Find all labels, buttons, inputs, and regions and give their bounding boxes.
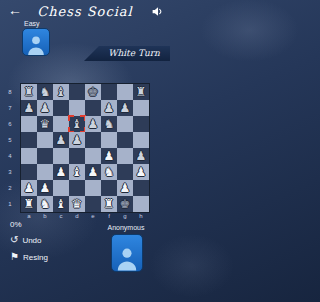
piece-black-rook: ♜ (136, 86, 147, 98)
file-label-a: a (21, 212, 37, 220)
square-g3[interactable] (117, 164, 133, 180)
square-c1[interactable]: ♝ (53, 196, 69, 212)
rank-label-6: 6 (4, 116, 16, 132)
undo-label: Undo (22, 236, 41, 245)
person-icon (114, 244, 140, 271)
square-b4[interactable] (37, 148, 53, 164)
square-d7[interactable] (69, 100, 85, 116)
square-h3[interactable]: ♟ (133, 164, 149, 180)
square-g5[interactable] (117, 132, 133, 148)
square-d3[interactable]: ♝ (69, 164, 85, 180)
square-d6[interactable]: ♝ (69, 116, 85, 132)
square-g6[interactable] (117, 116, 133, 132)
square-b6[interactable]: ♛ (37, 116, 53, 132)
square-g2[interactable]: ♟ (117, 180, 133, 196)
piece-black-knight: ♞ (104, 118, 115, 130)
piece-black-rook: ♜ (24, 86, 35, 98)
undo-arrow-icon: ↺ (10, 235, 18, 245)
square-a1[interactable]: ♜ (21, 196, 37, 212)
resign-label: Resing (23, 253, 48, 262)
undo-button[interactable]: ↺ Undo (10, 235, 42, 245)
piece-white-pawn: ♟ (56, 166, 67, 178)
opponent-avatar[interactable] (22, 28, 50, 56)
piece-black-pawn: ♟ (40, 102, 51, 114)
square-c4[interactable] (53, 148, 69, 164)
square-e5[interactable] (85, 132, 101, 148)
square-f1[interactable]: ♜ (101, 196, 117, 212)
piece-white-pawn: ♟ (40, 182, 51, 194)
file-label-e: e (85, 212, 101, 220)
piece-black-queen: ♛ (40, 118, 51, 130)
piece-white-pawn: ♟ (104, 150, 115, 162)
square-f6[interactable]: ♞ (101, 116, 117, 132)
square-c2[interactable] (53, 180, 69, 196)
turn-banner: White Turn (84, 46, 170, 61)
square-h6[interactable] (133, 116, 149, 132)
square-h5[interactable] (133, 132, 149, 148)
piece-white-rook: ♜ (24, 198, 35, 210)
rank-label-3: 3 (4, 164, 16, 180)
square-d5[interactable]: ♟ (69, 132, 85, 148)
square-e7[interactable] (85, 100, 101, 116)
chess-board[interactable]: ♜♞♝♚♜♟♟♟♟♛♝♟♞♟♟♟♟♟♝♟♞♟♟♟♟♜♞♝♛♜♚ (20, 83, 150, 213)
rank-labels: 87654321 (4, 84, 16, 212)
person-icon (25, 33, 47, 55)
file-label-g: g (117, 212, 133, 220)
square-h1[interactable] (133, 196, 149, 212)
player-name: Anonymous (102, 224, 150, 231)
piece-white-pawn: ♟ (88, 166, 99, 178)
piece-black-bishop: ♝ (72, 118, 83, 130)
piece-white-pawn: ♟ (120, 182, 131, 194)
square-c3[interactable]: ♟ (53, 164, 69, 180)
square-h2[interactable] (133, 180, 149, 196)
square-c7[interactable] (53, 100, 69, 116)
square-b5[interactable] (37, 132, 53, 148)
square-h4[interactable]: ♟ (133, 148, 149, 164)
square-e6[interactable]: ♟ (85, 116, 101, 132)
piece-white-knight: ♞ (40, 198, 51, 210)
rank-label-1: 1 (4, 196, 16, 212)
piece-white-bishop: ♝ (72, 166, 83, 178)
square-h7[interactable] (133, 100, 149, 116)
opponent-name: Easy (24, 20, 40, 27)
square-a2[interactable]: ♟ (21, 180, 37, 196)
square-b7[interactable]: ♟ (37, 100, 53, 116)
square-b3[interactable] (37, 164, 53, 180)
win-percent: 0% (10, 220, 22, 229)
square-f5[interactable] (101, 132, 117, 148)
piece-white-rook: ♜ (104, 198, 115, 210)
rank-label-2: 2 (4, 180, 16, 196)
square-a4[interactable] (21, 148, 37, 164)
piece-white-bishop: ♝ (56, 198, 67, 210)
piece-black-pawn: ♟ (72, 134, 83, 146)
resign-button[interactable]: ⚑ Resing (10, 252, 48, 262)
square-f2[interactable] (101, 180, 117, 196)
app-title: Chess Social (0, 4, 170, 19)
square-a7[interactable]: ♟ (21, 100, 37, 116)
square-b8[interactable]: ♞ (37, 84, 53, 100)
piece-white-king: ♚ (120, 198, 131, 210)
rank-label-8: 8 (4, 84, 16, 100)
piece-white-pawn: ♟ (136, 166, 147, 178)
square-g1[interactable]: ♚ (117, 196, 133, 212)
piece-black-pawn: ♟ (56, 134, 67, 146)
square-h8[interactable]: ♜ (133, 84, 149, 100)
player-avatar[interactable] (111, 234, 143, 272)
piece-white-queen: ♛ (72, 198, 83, 210)
flag-icon: ⚑ (10, 252, 19, 262)
square-f3[interactable]: ♞ (101, 164, 117, 180)
piece-black-pawn: ♟ (88, 118, 99, 130)
square-e4[interactable] (85, 148, 101, 164)
piece-black-bishop: ♝ (56, 86, 67, 98)
square-b1[interactable]: ♞ (37, 196, 53, 212)
square-c8[interactable]: ♝ (53, 84, 69, 100)
square-a3[interactable] (21, 164, 37, 180)
file-label-c: c (53, 212, 69, 220)
square-a6[interactable] (21, 116, 37, 132)
speaker-glyph (151, 5, 164, 18)
rank-label-7: 7 (4, 100, 16, 116)
speaker-icon[interactable] (151, 4, 164, 17)
square-f4[interactable]: ♟ (101, 148, 117, 164)
square-a8[interactable]: ♜ (21, 84, 37, 100)
square-g7[interactable]: ♟ (117, 100, 133, 116)
piece-black-pawn: ♟ (120, 102, 131, 114)
piece-white-pawn: ♟ (24, 182, 35, 194)
file-label-f: f (101, 212, 117, 220)
square-c6[interactable] (53, 116, 69, 132)
square-e2[interactable] (85, 180, 101, 196)
square-d2[interactable] (69, 180, 85, 196)
square-e1[interactable] (85, 196, 101, 212)
piece-black-pawn: ♟ (136, 150, 147, 162)
piece-white-knight: ♞ (104, 166, 115, 178)
square-e3[interactable]: ♟ (85, 164, 101, 180)
square-c5[interactable]: ♟ (53, 132, 69, 148)
square-d4[interactable] (69, 148, 85, 164)
last-move-highlight (68, 115, 86, 133)
square-g4[interactable] (117, 148, 133, 164)
square-d8[interactable] (69, 84, 85, 100)
piece-black-king: ♚ (88, 86, 99, 98)
square-b2[interactable]: ♟ (37, 180, 53, 196)
piece-black-pawn: ♟ (104, 102, 115, 114)
piece-black-pawn: ♟ (24, 102, 35, 114)
turn-banner-text: White Turn (84, 46, 170, 61)
file-label-d: d (69, 212, 85, 220)
rank-label-5: 5 (4, 132, 16, 148)
rank-label-4: 4 (4, 148, 16, 164)
file-label-h: h (133, 212, 149, 220)
square-f7[interactable]: ♟ (101, 100, 117, 116)
square-d1[interactable]: ♛ (69, 196, 85, 212)
square-a5[interactable] (21, 132, 37, 148)
square-f8[interactable] (101, 84, 117, 100)
file-labels: abcdefgh (21, 212, 149, 220)
square-e8[interactable]: ♚ (85, 84, 101, 100)
piece-black-knight: ♞ (40, 86, 51, 98)
file-label-b: b (37, 212, 53, 220)
square-g8[interactable] (117, 84, 133, 100)
